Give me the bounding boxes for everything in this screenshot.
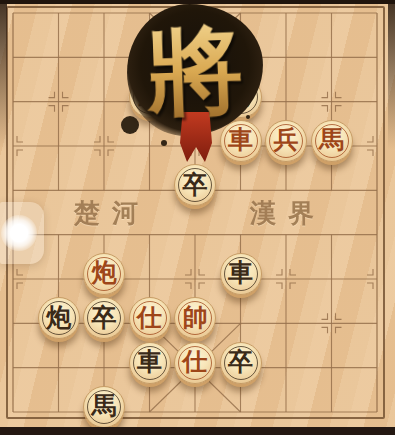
piece-black-advisor[interactable]: 士 [129, 76, 171, 118]
piece-glyph: 士 [183, 39, 208, 64]
piece-glyph: 車 [228, 260, 253, 285]
xiangqi-app-screen: 楚河 漢界 士士將車兵馬卒炮車炮卒仕帥車仕卒馬 將 [0, 0, 395, 435]
river-label-han: 漢界 [234, 197, 330, 229]
piece-glyph: 車 [137, 349, 162, 374]
piece-glyph: 馬 [319, 127, 344, 152]
assistive-touch-button[interactable] [0, 202, 44, 264]
right-edge-shade [388, 0, 395, 150]
piece-black-horse[interactable]: 馬 [83, 386, 125, 428]
river-label-chu: 楚河 [58, 197, 154, 229]
bottom-chrome-bar [0, 427, 395, 435]
piece-glyph: 卒 [92, 305, 117, 330]
piece-black-chariot[interactable]: 車 [129, 342, 171, 384]
piece-glyph: 卒 [183, 172, 208, 197]
piece-glyph: 仕 [137, 305, 162, 330]
piece-black-chariot[interactable]: 車 [220, 253, 262, 295]
piece-black-cannon[interactable]: 炮 [38, 297, 80, 339]
piece-red-advisor[interactable]: 仕 [174, 342, 216, 384]
piece-glyph: 炮 [92, 260, 117, 285]
piece-glyph: 仕 [183, 349, 208, 374]
left-edge-shade [0, 0, 7, 150]
piece-red-soldier[interactable]: 兵 [265, 120, 307, 162]
piece-red-chariot[interactable]: 車 [220, 120, 262, 162]
piece-red-cannon[interactable]: 炮 [83, 253, 125, 295]
piece-glyph: 車 [228, 127, 253, 152]
piece-black-soldier[interactable]: 卒 [220, 342, 262, 384]
piece-glyph: 士 [137, 83, 162, 108]
piece-glyph: 卒 [228, 349, 253, 374]
piece-glyph: 帥 [183, 305, 208, 330]
piece-glyph: 炮 [46, 305, 71, 330]
piece-glyph: 兵 [274, 127, 299, 152]
piece-red-horse[interactable]: 馬 [311, 120, 353, 162]
piece-red-advisor[interactable]: 仕 [129, 297, 171, 339]
piece-glyph: 馬 [92, 393, 117, 418]
piece-glyph: 將 [228, 83, 253, 108]
top-chrome-bar [0, 0, 395, 4]
piece-black-general[interactable]: 將 [220, 76, 262, 118]
